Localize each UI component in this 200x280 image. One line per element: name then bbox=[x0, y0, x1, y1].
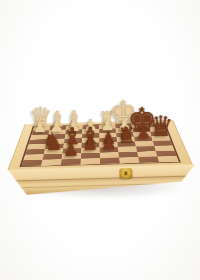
square-b1 bbox=[41, 159, 62, 165]
square-h2 bbox=[156, 151, 177, 157]
folding-chess-box: ♛♝♝♜♚♞♟♟♟♟♟♟♚♟♟♛♝♝♟♜♞♟♟♟ bbox=[5, 112, 196, 207]
square-d1 bbox=[80, 158, 100, 164]
square-c1 bbox=[61, 159, 81, 165]
black-rook: ♜ bbox=[117, 125, 136, 146]
square-d3: ♟ bbox=[81, 147, 100, 153]
box-seam bbox=[10, 176, 191, 182]
square-h1 bbox=[157, 156, 178, 162]
square-a1 bbox=[22, 160, 43, 166]
black-pawn: ♟ bbox=[63, 140, 80, 159]
square-e1 bbox=[100, 158, 120, 164]
square-g1 bbox=[138, 157, 159, 163]
chess-board: ♛♝♝♜♚♞♟♟♟♟♟♟♚♟♟♛♝♝♟♜♞♟♟♟ bbox=[7, 120, 193, 171]
square-f1 bbox=[119, 157, 139, 163]
black-pawn: ♟ bbox=[82, 135, 98, 153]
square-c2: ♟ bbox=[62, 153, 81, 159]
box-lower-seam bbox=[16, 183, 184, 189]
square-e3: ♟ bbox=[100, 147, 119, 153]
square-h5: ♛ bbox=[151, 136, 170, 141]
black-knight: ♞ bbox=[42, 130, 64, 154]
square-b3: ♞ bbox=[44, 149, 63, 155]
board-squares: ♛♝♝♜♚♞♟♟♟♟♟♟♚♟♟♛♝♝♟♜♞♟♟♟ bbox=[19, 122, 181, 166]
square-f2 bbox=[118, 152, 138, 158]
product-photo-chess-set: ♛♝♝♜♚♞♟♟♟♟♟♟♚♟♟♛♝♝♟♜♞♟♟♟ bbox=[0, 0, 200, 280]
black-pawn: ♟ bbox=[101, 134, 117, 152]
brass-clasp-icon bbox=[119, 168, 132, 178]
black-queen: ♛ bbox=[148, 112, 174, 141]
box-front-side bbox=[6, 164, 196, 196]
square-f4: ♜ bbox=[117, 142, 136, 147]
